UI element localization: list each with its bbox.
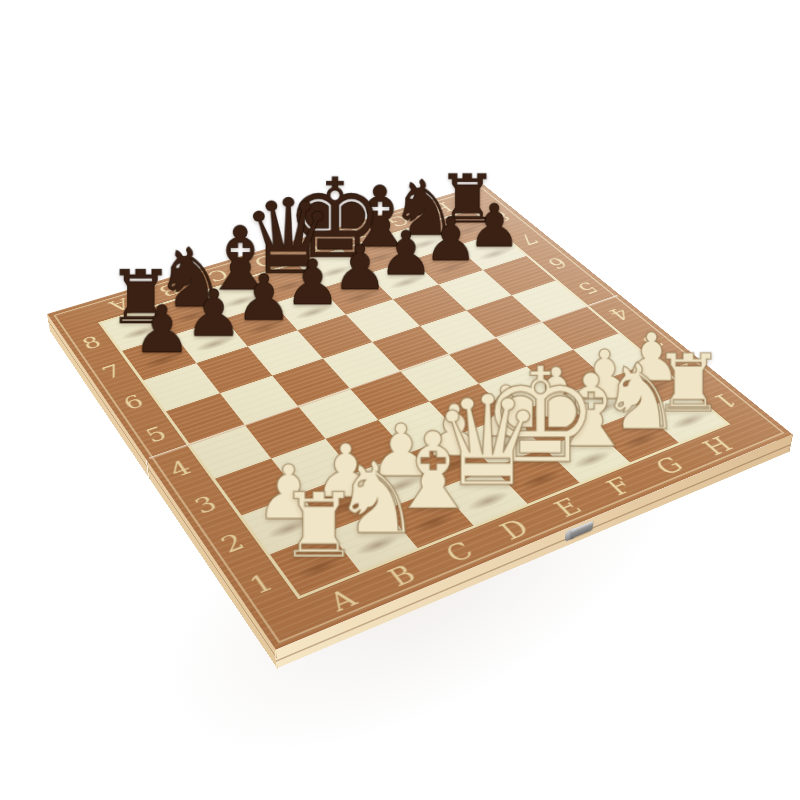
piece-glyph: ♜ [278,482,358,571]
product-photo-stage: ABCDEFGH ABCDEFGH 87654321 87654321 ♜♞♝♛… [0,0,800,800]
